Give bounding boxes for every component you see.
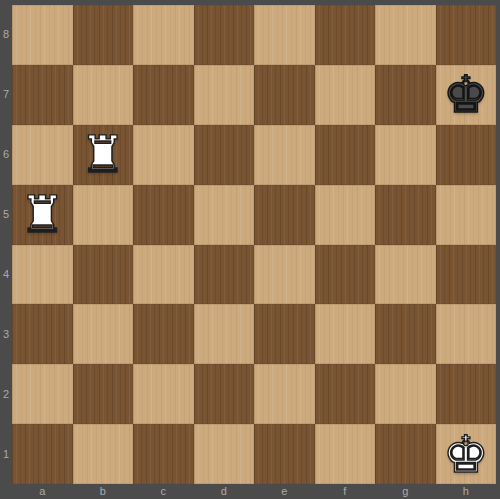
square-d1[interactable] <box>194 424 255 484</box>
square-g5[interactable] <box>375 185 436 245</box>
square-e4[interactable] <box>254 245 315 305</box>
square-b7[interactable] <box>73 65 134 125</box>
square-b3[interactable] <box>73 304 134 364</box>
square-e5[interactable] <box>254 185 315 245</box>
square-f1[interactable] <box>315 424 376 484</box>
rank-label-7: 7 <box>0 65 12 125</box>
white-king[interactable]: ♚ <box>443 429 489 480</box>
square-h7[interactable]: ♚ <box>436 65 497 125</box>
square-g8[interactable] <box>375 5 436 65</box>
square-a6[interactable] <box>12 125 73 185</box>
square-a4[interactable] <box>12 245 73 305</box>
square-c1[interactable] <box>133 424 194 484</box>
black-king[interactable]: ♚ <box>443 69 489 120</box>
file-label-f: f <box>315 484 376 499</box>
square-c6[interactable] <box>133 125 194 185</box>
square-e2[interactable] <box>254 364 315 424</box>
square-f6[interactable] <box>315 125 376 185</box>
square-d7[interactable] <box>194 65 255 125</box>
square-g3[interactable] <box>375 304 436 364</box>
file-labels: abcdefgh <box>12 484 496 499</box>
file-label-c: c <box>133 484 194 499</box>
square-h4[interactable] <box>436 245 497 305</box>
rank-label-2: 2 <box>0 364 12 424</box>
square-g4[interactable] <box>375 245 436 305</box>
rank-label-1: 1 <box>0 424 12 484</box>
square-h8[interactable] <box>436 5 497 65</box>
square-d2[interactable] <box>194 364 255 424</box>
square-b6[interactable]: ♜ <box>73 125 134 185</box>
square-f2[interactable] <box>315 364 376 424</box>
square-h3[interactable] <box>436 304 497 364</box>
square-f8[interactable] <box>315 5 376 65</box>
square-c4[interactable] <box>133 245 194 305</box>
square-b5[interactable] <box>73 185 134 245</box>
square-a5[interactable]: ♜ <box>12 185 73 245</box>
square-g2[interactable] <box>375 364 436 424</box>
white-rook[interactable]: ♜ <box>19 189 65 240</box>
square-a1[interactable] <box>12 424 73 484</box>
square-e3[interactable] <box>254 304 315 364</box>
rank-label-5: 5 <box>0 185 12 245</box>
square-g7[interactable] <box>375 65 436 125</box>
white-rook[interactable]: ♜ <box>80 129 126 180</box>
square-d8[interactable] <box>194 5 255 65</box>
square-a8[interactable] <box>12 5 73 65</box>
rank-label-3: 3 <box>0 304 12 364</box>
square-a7[interactable] <box>12 65 73 125</box>
square-e7[interactable] <box>254 65 315 125</box>
square-c5[interactable] <box>133 185 194 245</box>
square-f5[interactable] <box>315 185 376 245</box>
square-e8[interactable] <box>254 5 315 65</box>
square-d3[interactable] <box>194 304 255 364</box>
square-c3[interactable] <box>133 304 194 364</box>
square-h6[interactable] <box>436 125 497 185</box>
file-label-d: d <box>194 484 255 499</box>
chess-board-app: ♚♜♜♚ 87654321 abcdefgh <box>0 0 500 499</box>
square-g1[interactable] <box>375 424 436 484</box>
square-c7[interactable] <box>133 65 194 125</box>
square-d6[interactable] <box>194 125 255 185</box>
square-d5[interactable] <box>194 185 255 245</box>
square-f7[interactable] <box>315 65 376 125</box>
square-e1[interactable] <box>254 424 315 484</box>
square-g6[interactable] <box>375 125 436 185</box>
rank-labels: 87654321 <box>0 5 12 484</box>
square-f3[interactable] <box>315 304 376 364</box>
square-b8[interactable] <box>73 5 134 65</box>
square-a2[interactable] <box>12 364 73 424</box>
square-b1[interactable] <box>73 424 134 484</box>
square-c2[interactable] <box>133 364 194 424</box>
rank-label-6: 6 <box>0 125 12 185</box>
file-label-h: h <box>436 484 497 499</box>
square-f4[interactable] <box>315 245 376 305</box>
square-d4[interactable] <box>194 245 255 305</box>
file-label-g: g <box>375 484 436 499</box>
square-h2[interactable] <box>436 364 497 424</box>
square-h5[interactable] <box>436 185 497 245</box>
rank-label-4: 4 <box>0 245 12 305</box>
square-h1[interactable]: ♚ <box>436 424 497 484</box>
file-label-a: a <box>12 484 73 499</box>
square-b4[interactable] <box>73 245 134 305</box>
file-label-e: e <box>254 484 315 499</box>
square-a3[interactable] <box>12 304 73 364</box>
square-c8[interactable] <box>133 5 194 65</box>
file-label-b: b <box>73 484 134 499</box>
rank-label-8: 8 <box>0 5 12 65</box>
board: ♚♜♜♚ <box>12 5 496 484</box>
square-b2[interactable] <box>73 364 134 424</box>
square-e6[interactable] <box>254 125 315 185</box>
